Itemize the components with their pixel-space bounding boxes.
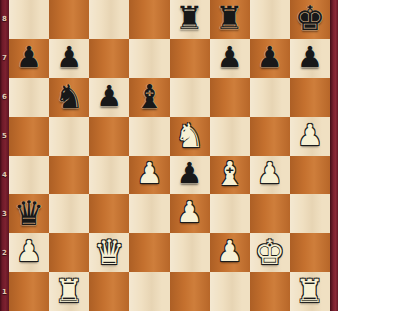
black-knight-b6[interactable]: ♞ — [54, 80, 84, 113]
square-a3[interactable]: ♛ — [9, 194, 49, 233]
square-e4[interactable]: ♟ — [170, 156, 210, 195]
square-a1[interactable] — [9, 272, 49, 311]
square-g1[interactable] — [250, 272, 290, 311]
white-pawn-h5[interactable]: ♟ — [297, 121, 323, 150]
square-f5[interactable] — [210, 117, 250, 156]
rank-label-2: 2 — [0, 233, 9, 272]
white-pawn-e3[interactable]: ♟ — [177, 198, 203, 227]
black-pawn-b7[interactable]: ♟ — [56, 43, 82, 72]
square-a7[interactable]: ♟ — [9, 39, 49, 78]
chess-board: 87654321 ♜♜♚♟♟♟♟♟♞♟♝♞♟♟♟♝♟♛♟♟♛♟♚♜♜ — [0, 0, 338, 311]
square-g5[interactable] — [250, 117, 290, 156]
square-f8[interactable]: ♜ — [210, 0, 250, 39]
white-queen-c2[interactable]: ♛ — [94, 235, 124, 269]
square-b6[interactable]: ♞ — [49, 78, 89, 117]
square-h7[interactable]: ♟ — [290, 39, 330, 78]
square-h1[interactable]: ♜ — [290, 272, 330, 311]
square-d5[interactable] — [129, 117, 169, 156]
square-c8[interactable] — [89, 0, 129, 39]
square-h6[interactable] — [290, 78, 330, 117]
rank-label-3: 3 — [0, 194, 9, 233]
square-c3[interactable] — [89, 194, 129, 233]
square-f2[interactable]: ♟ — [210, 233, 250, 272]
square-e5[interactable]: ♞ — [170, 117, 210, 156]
square-f6[interactable] — [210, 78, 250, 117]
square-h5[interactable]: ♟ — [290, 117, 330, 156]
rank-label-5: 5 — [0, 117, 9, 156]
square-a2[interactable]: ♟ — [9, 233, 49, 272]
square-c6[interactable]: ♟ — [89, 78, 129, 117]
square-c2[interactable]: ♛ — [89, 233, 129, 272]
white-rook-h1[interactable]: ♜ — [296, 275, 325, 307]
square-g2[interactable]: ♚ — [250, 233, 290, 272]
square-b4[interactable] — [49, 156, 89, 195]
square-h3[interactable] — [290, 194, 330, 233]
square-a5[interactable] — [9, 117, 49, 156]
square-c4[interactable] — [89, 156, 129, 195]
square-g4[interactable]: ♟ — [250, 156, 290, 195]
square-b7[interactable]: ♟ — [49, 39, 89, 78]
square-f1[interactable] — [210, 272, 250, 311]
square-f3[interactable] — [210, 194, 250, 233]
white-pawn-d4[interactable]: ♟ — [136, 159, 162, 188]
square-f4[interactable]: ♝ — [210, 156, 250, 195]
square-e1[interactable] — [170, 272, 210, 311]
square-e6[interactable] — [170, 78, 210, 117]
square-d1[interactable] — [129, 272, 169, 311]
board-frame-right-edge — [330, 0, 338, 311]
black-pawn-f7[interactable]: ♟ — [217, 43, 243, 72]
square-d2[interactable] — [129, 233, 169, 272]
square-e7[interactable] — [170, 39, 210, 78]
board-grid: ♜♜♚♟♟♟♟♟♞♟♝♞♟♟♟♝♟♛♟♟♛♟♚♜♜ — [9, 0, 330, 311]
square-d8[interactable] — [129, 0, 169, 39]
square-h2[interactable] — [290, 233, 330, 272]
square-h8[interactable]: ♚ — [290, 0, 330, 39]
square-d3[interactable] — [129, 194, 169, 233]
black-rook-e8[interactable]: ♜ — [175, 2, 204, 34]
square-e3[interactable]: ♟ — [170, 194, 210, 233]
square-g3[interactable] — [250, 194, 290, 233]
square-f7[interactable]: ♟ — [210, 39, 250, 78]
square-a8[interactable] — [9, 0, 49, 39]
square-c5[interactable] — [89, 117, 129, 156]
white-pawn-g4[interactable]: ♟ — [257, 159, 283, 188]
square-d7[interactable] — [129, 39, 169, 78]
white-pawn-a2[interactable]: ♟ — [16, 237, 42, 266]
square-d6[interactable]: ♝ — [129, 78, 169, 117]
square-e2[interactable] — [170, 233, 210, 272]
rank-label-1: 1 — [0, 272, 9, 311]
black-rook-f8[interactable]: ♜ — [215, 2, 244, 34]
black-bishop-d6[interactable]: ♝ — [135, 80, 165, 113]
white-rook-b1[interactable]: ♜ — [55, 275, 84, 307]
square-c1[interactable] — [89, 272, 129, 311]
white-king-g2[interactable]: ♚ — [255, 235, 285, 269]
page: 87654321 ♜♜♚♟♟♟♟♟♞♟♝♞♟♟♟♝♟♛♟♟♛♟♚♜♜ — [0, 0, 414, 311]
black-pawn-h7[interactable]: ♟ — [297, 43, 323, 72]
rank-label-7: 7 — [0, 39, 9, 78]
square-a6[interactable] — [9, 78, 49, 117]
rank-label-4: 4 — [0, 156, 9, 195]
black-pawn-g7[interactable]: ♟ — [257, 43, 283, 72]
square-c7[interactable] — [89, 39, 129, 78]
square-a4[interactable] — [9, 156, 49, 195]
black-pawn-a7[interactable]: ♟ — [16, 43, 42, 72]
square-g8[interactable] — [250, 0, 290, 39]
black-queen-a3[interactable]: ♛ — [14, 196, 44, 230]
square-b1[interactable]: ♜ — [49, 272, 89, 311]
rank-label-6: 6 — [0, 78, 9, 117]
square-h4[interactable] — [290, 156, 330, 195]
square-b3[interactable] — [49, 194, 89, 233]
white-knight-e5[interactable]: ♞ — [175, 119, 205, 152]
white-bishop-f4[interactable]: ♝ — [215, 157, 245, 190]
square-d4[interactable]: ♟ — [129, 156, 169, 195]
square-g6[interactable] — [250, 78, 290, 117]
black-pawn-e4[interactable]: ♟ — [177, 159, 203, 188]
square-b8[interactable] — [49, 0, 89, 39]
rank-label-strip: 87654321 — [0, 0, 9, 311]
black-king-h8[interactable]: ♚ — [295, 1, 325, 35]
square-b2[interactable] — [49, 233, 89, 272]
black-pawn-c6[interactable]: ♟ — [96, 82, 122, 111]
white-pawn-f2[interactable]: ♟ — [217, 237, 243, 266]
square-g7[interactable]: ♟ — [250, 39, 290, 78]
square-b5[interactable] — [49, 117, 89, 156]
rank-label-8: 8 — [0, 0, 9, 39]
square-e8[interactable]: ♜ — [170, 0, 210, 39]
